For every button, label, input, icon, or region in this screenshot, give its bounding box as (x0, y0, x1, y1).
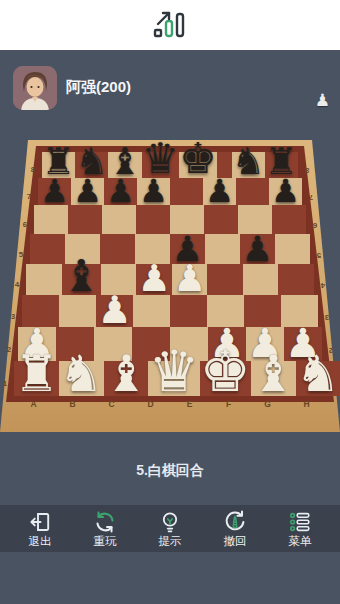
square-d4[interactable]: ♟ (136, 264, 172, 295)
rank-label-left-1: 1 (0, 380, 10, 388)
board-rank-6 (34, 205, 306, 234)
square-f1[interactable]: ♝ (251, 361, 296, 396)
piece-black-pawn[interactable]: ♟ (172, 233, 203, 265)
board-rank-3: ♟ (22, 295, 318, 327)
chess-board: ♜♞♝♛♚♞♜88♟♟♟♟♟♟7766♟♟55♝♟♟44♟33♟♟♟♟22♜♞♝… (0, 140, 340, 432)
square-b3[interactable] (59, 295, 96, 327)
piece-white-pawn[interactable]: ♟ (173, 262, 206, 296)
rank-label-left-8: 8 (28, 166, 38, 174)
square-f5[interactable] (205, 234, 240, 264)
square-a6[interactable] (34, 205, 68, 234)
piece-white-pawn[interactable]: ♟ (247, 325, 283, 362)
square-h8[interactable]: ♜ (265, 152, 298, 178)
square-b8[interactable]: ♞ (75, 152, 108, 178)
rank-label-left-4: 4 (12, 281, 22, 289)
toolbar-button-hint[interactable]: 提示 (142, 510, 198, 548)
board-rank-7: ♟♟♟♟♟♟ (38, 178, 302, 205)
square-f7[interactable]: ♟ (203, 178, 236, 205)
rank-label-left-7: 7 (24, 193, 34, 201)
piece-black-pawn[interactable]: ♟ (242, 233, 273, 265)
square-h2[interactable]: ♟ (284, 327, 322, 361)
top-status-bar (0, 0, 340, 50)
rank-label-right-5: 5 (314, 251, 324, 259)
square-g4[interactable] (243, 264, 279, 295)
turn-status-text: 5.白棋回合 (0, 462, 340, 480)
rank-label-right-6: 6 (310, 221, 320, 229)
piece-black-pawn[interactable]: ♟ (73, 177, 102, 206)
piece-black-pawn[interactable]: ♟ (139, 177, 168, 206)
file-label-c: C (92, 399, 131, 411)
file-label-b: B (53, 399, 92, 411)
square-d7[interactable]: ♟ (137, 178, 170, 205)
square-c3[interactable]: ♟ (96, 295, 133, 327)
square-c7[interactable]: ♟ (104, 178, 137, 205)
square-d6[interactable] (136, 205, 170, 234)
rank-label-right-7: 7 (306, 193, 316, 201)
stats-chart-icon[interactable] (152, 10, 188, 40)
board-rank-1: ♜♞♝♛♚♝♞♜ (14, 361, 326, 396)
toolbar-button-undo[interactable]: 撤回 (207, 510, 263, 548)
square-d1[interactable]: ♛ (148, 361, 199, 396)
square-d3[interactable] (133, 295, 170, 327)
rank-label-right-2: 2 (326, 346, 336, 354)
piece-white-pawn[interactable]: ♟ (138, 262, 171, 296)
rank-label-right-3: 3 (322, 313, 332, 321)
piece-black-pawn[interactable]: ♟ (271, 177, 300, 206)
square-f3[interactable] (207, 295, 244, 327)
square-c2[interactable] (94, 327, 132, 361)
file-label-g: G (248, 399, 287, 411)
opponent-name: 阿强(200) (66, 78, 131, 97)
square-b7[interactable]: ♟ (71, 178, 104, 205)
square-g5[interactable]: ♟ (240, 234, 275, 264)
square-b1[interactable]: ♞ (59, 361, 104, 396)
rank-label-left-5: 5 (16, 251, 26, 259)
square-a5[interactable] (30, 234, 65, 264)
square-e6[interactable] (170, 205, 204, 234)
square-e2[interactable] (170, 327, 208, 361)
undo-icon (223, 510, 247, 534)
toolbar-label-hint: 提示 (159, 536, 182, 548)
square-e3[interactable] (170, 295, 207, 327)
rank-label-left-2: 2 (4, 346, 14, 354)
square-c4[interactable] (101, 264, 137, 295)
hint-icon (158, 510, 182, 534)
rank-label-right-8: 8 (302, 166, 312, 174)
piece-white-pawn[interactable]: ♟ (97, 293, 131, 328)
toolbar-label-menu: 菜单 (289, 536, 312, 548)
square-c1[interactable]: ♝ (104, 361, 149, 396)
square-f8[interactable] (217, 152, 232, 178)
square-a1[interactable]: ♜ (14, 361, 59, 396)
square-g1[interactable]: ♞ (296, 361, 340, 396)
piece-black-pawn[interactable]: ♟ (205, 177, 234, 206)
file-label-f: F (209, 399, 248, 411)
square-e7[interactable] (170, 178, 203, 205)
board-rank-4: ♝♟♟ (26, 264, 314, 295)
square-g2[interactable]: ♟ (246, 327, 284, 361)
square-d5[interactable] (135, 234, 170, 264)
square-h6[interactable] (272, 205, 306, 234)
square-b2[interactable] (56, 327, 94, 361)
chess-app-screen: 阿强(200) ♟ ♜♞♝♛♚♞♜88♟♟♟♟♟♟7766♟♟55♝♟♟44♟3… (0, 0, 340, 604)
square-g3[interactable] (244, 295, 281, 327)
bottom-toolbar: 退出 重玩 提示 撤回 菜单 (0, 505, 340, 552)
board-rank-8: ♜♞♝♛♚♞♜ (42, 152, 298, 178)
toolbar-label-replay: 重玩 (94, 536, 117, 548)
piece-white-pawn[interactable]: ♟ (19, 325, 55, 362)
file-label-d: D (131, 399, 170, 411)
square-b4[interactable]: ♝ (62, 264, 101, 295)
square-a8[interactable]: ♜ (42, 152, 75, 178)
square-a3[interactable] (22, 295, 59, 327)
square-g6[interactable] (238, 205, 272, 234)
file-label-a: A (14, 399, 53, 411)
file-label-h: H (287, 399, 326, 411)
square-f4[interactable] (207, 264, 243, 295)
rank-label-right-4: 4 (318, 281, 328, 289)
square-c6[interactable] (102, 205, 136, 234)
square-d8[interactable]: ♛ (142, 152, 180, 178)
piece-white-pawn[interactable]: ♟ (285, 325, 321, 362)
file-labels: ABCDEFGH (14, 399, 326, 411)
rank-label-left-3: 3 (8, 313, 18, 321)
square-a2[interactable]: ♟ (18, 327, 56, 361)
opponent-header: 阿强(200) ♟ (0, 50, 340, 130)
exit-icon (28, 510, 52, 534)
board-rank-2: ♟♟♟♟ (18, 327, 322, 361)
square-a7[interactable]: ♟ (38, 178, 71, 205)
piece-black-pawn[interactable]: ♟ (40, 177, 69, 206)
square-a4[interactable] (26, 264, 62, 295)
square-d2[interactable] (132, 327, 170, 361)
square-g8[interactable]: ♞ (232, 152, 265, 178)
piece-black-pawn[interactable]: ♟ (106, 177, 135, 206)
square-h4[interactable] (278, 264, 314, 295)
square-b5[interactable] (65, 234, 100, 264)
opponent-avatar (13, 66, 57, 110)
square-e1[interactable]: ♚ (200, 361, 251, 396)
replay-icon (93, 510, 117, 534)
toolbar-button-exit[interactable]: 退出 (12, 510, 68, 548)
square-h7[interactable]: ♟ (269, 178, 302, 205)
piece-white-pawn[interactable]: ♟ (209, 325, 245, 362)
square-h3[interactable] (281, 295, 318, 327)
square-g7[interactable] (236, 178, 269, 205)
square-f2[interactable]: ♟ (208, 327, 246, 361)
square-c8[interactable]: ♝ (108, 152, 141, 178)
board-rank-5: ♟♟ (30, 234, 310, 264)
toolbar-button-replay[interactable]: 重玩 (77, 510, 133, 548)
square-e5[interactable]: ♟ (170, 234, 205, 264)
file-label-e: E (170, 399, 209, 411)
white-pawn-indicator-icon: ♟ (315, 92, 330, 109)
square-e8[interactable]: ♚ (179, 152, 217, 178)
rank-label-left-6: 6 (20, 221, 30, 229)
square-b6[interactable] (68, 205, 102, 234)
toolbar-button-menu[interactable]: 菜单 (272, 510, 328, 548)
square-f6[interactable] (204, 205, 238, 234)
square-c5[interactable] (100, 234, 135, 264)
toolbar-label-undo: 撤回 (224, 536, 247, 548)
square-e4[interactable]: ♟ (172, 264, 208, 295)
menu-icon (288, 510, 312, 534)
toolbar-label-exit: 退出 (29, 536, 52, 548)
square-h5[interactable] (275, 234, 310, 264)
